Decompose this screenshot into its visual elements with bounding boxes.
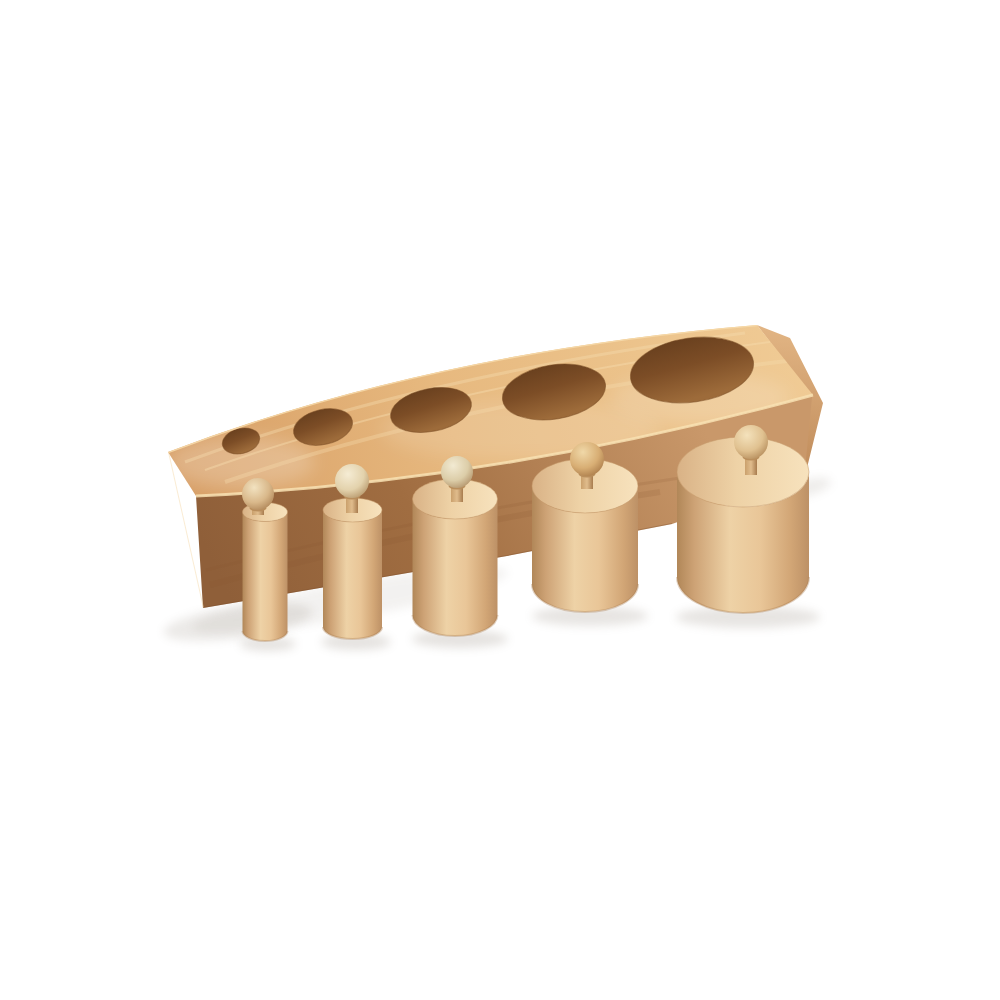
knob-ball-5 bbox=[734, 425, 768, 459]
scene-svg bbox=[0, 0, 1000, 1000]
photo-stage bbox=[0, 0, 1000, 1000]
knob-ball-4 bbox=[570, 442, 604, 476]
cylinder-body-2 bbox=[323, 510, 382, 639]
knob-ball-2 bbox=[335, 464, 369, 498]
cylinder-body-1 bbox=[243, 512, 288, 641]
knob-ball-3 bbox=[441, 456, 473, 488]
knobbed-cylinder-4 bbox=[532, 442, 638, 612]
cylinder-body-3 bbox=[413, 499, 498, 636]
knob-ball-1 bbox=[242, 478, 274, 510]
product-photo bbox=[0, 0, 1000, 1000]
knobbed-cylinder-5 bbox=[677, 425, 809, 613]
